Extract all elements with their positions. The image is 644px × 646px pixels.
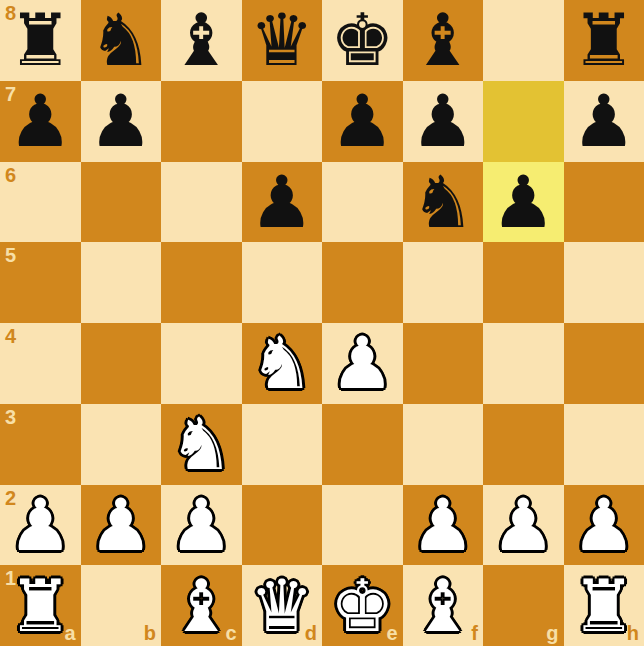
black-pawn[interactable]: ♟ — [330, 81, 395, 161]
rank-label-3: 3 — [5, 406, 16, 429]
square-g8[interactable] — [483, 0, 564, 81]
square-b2[interactable]: ♟ — [81, 485, 162, 566]
square-g7[interactable] — [483, 81, 564, 162]
square-h3[interactable] — [564, 404, 644, 485]
square-d1[interactable]: d♛ — [242, 565, 323, 646]
square-c6[interactable] — [161, 162, 242, 243]
square-h4[interactable] — [564, 323, 644, 404]
square-a8[interactable]: 8♜ — [0, 0, 81, 81]
black-knight[interactable]: ♞ — [88, 0, 153, 80]
square-h2[interactable]: ♟ — [564, 485, 644, 566]
white-bishop[interactable]: ♝ — [169, 566, 234, 646]
square-f3[interactable] — [403, 404, 484, 485]
square-a4[interactable]: 4 — [0, 323, 81, 404]
square-b7[interactable]: ♟ — [81, 81, 162, 162]
white-pawn[interactable]: ♟ — [491, 485, 556, 565]
square-f1[interactable]: f♝ — [403, 565, 484, 646]
square-f8[interactable]: ♝ — [403, 0, 484, 81]
square-h6[interactable] — [564, 162, 644, 243]
square-e1[interactable]: e♚ — [322, 565, 403, 646]
square-f2[interactable]: ♟ — [403, 485, 484, 566]
square-g2[interactable]: ♟ — [483, 485, 564, 566]
white-knight[interactable]: ♞ — [249, 323, 314, 403]
square-c2[interactable]: ♟ — [161, 485, 242, 566]
square-d8[interactable]: ♛ — [242, 0, 323, 81]
square-g5[interactable] — [483, 242, 564, 323]
square-b1[interactable]: b — [81, 565, 162, 646]
square-a3[interactable]: 3 — [0, 404, 81, 485]
square-f6[interactable]: ♞ — [403, 162, 484, 243]
square-c7[interactable] — [161, 81, 242, 162]
black-rook[interactable]: ♜ — [571, 0, 636, 80]
black-pawn[interactable]: ♟ — [88, 81, 153, 161]
black-bishop[interactable]: ♝ — [169, 0, 234, 80]
square-d5[interactable] — [242, 242, 323, 323]
black-bishop[interactable]: ♝ — [410, 0, 475, 80]
square-h8[interactable]: ♜ — [564, 0, 644, 81]
square-a1[interactable]: 1a♜ — [0, 565, 81, 646]
square-b5[interactable] — [81, 242, 162, 323]
square-b4[interactable] — [81, 323, 162, 404]
square-c3[interactable]: ♞ — [161, 404, 242, 485]
white-pawn[interactable]: ♟ — [410, 485, 475, 565]
black-rook[interactable]: ♜ — [8, 0, 73, 80]
square-d2[interactable] — [242, 485, 323, 566]
square-g6[interactable]: ♟ — [483, 162, 564, 243]
rank-label-6: 6 — [5, 164, 16, 187]
white-knight[interactable]: ♞ — [169, 404, 234, 484]
black-pawn[interactable]: ♟ — [410, 81, 475, 161]
square-h1[interactable]: h♜ — [564, 565, 644, 646]
white-rook[interactable]: ♜ — [8, 566, 73, 646]
square-c5[interactable] — [161, 242, 242, 323]
square-e6[interactable] — [322, 162, 403, 243]
square-d3[interactable] — [242, 404, 323, 485]
square-c4[interactable] — [161, 323, 242, 404]
square-f7[interactable]: ♟ — [403, 81, 484, 162]
file-label-b: b — [144, 622, 156, 645]
file-label-g: g — [546, 622, 558, 645]
square-g3[interactable] — [483, 404, 564, 485]
square-a2[interactable]: 2♟ — [0, 485, 81, 566]
square-h7[interactable]: ♟ — [564, 81, 644, 162]
square-e2[interactable] — [322, 485, 403, 566]
white-pawn[interactable]: ♟ — [330, 323, 395, 403]
white-pawn[interactable]: ♟ — [169, 485, 234, 565]
square-g4[interactable] — [483, 323, 564, 404]
black-pawn[interactable]: ♟ — [8, 81, 73, 161]
square-e3[interactable] — [322, 404, 403, 485]
square-g1[interactable]: g — [483, 565, 564, 646]
white-pawn[interactable]: ♟ — [88, 485, 153, 565]
white-king[interactable]: ♚ — [330, 566, 395, 646]
square-e5[interactable] — [322, 242, 403, 323]
square-d6[interactable]: ♟ — [242, 162, 323, 243]
square-e7[interactable]: ♟ — [322, 81, 403, 162]
rank-label-5: 5 — [5, 244, 16, 267]
square-f5[interactable] — [403, 242, 484, 323]
square-b8[interactable]: ♞ — [81, 0, 162, 81]
black-pawn[interactable]: ♟ — [571, 81, 636, 161]
black-pawn[interactable]: ♟ — [491, 162, 556, 242]
square-b6[interactable] — [81, 162, 162, 243]
black-queen[interactable]: ♛ — [249, 0, 314, 80]
rank-label-4: 4 — [5, 325, 16, 348]
square-a6[interactable]: 6 — [0, 162, 81, 243]
square-a5[interactable]: 5 — [0, 242, 81, 323]
white-bishop[interactable]: ♝ — [410, 566, 475, 646]
square-e8[interactable]: ♚ — [322, 0, 403, 81]
square-h5[interactable] — [564, 242, 644, 323]
white-pawn[interactable]: ♟ — [8, 485, 73, 565]
black-knight[interactable]: ♞ — [410, 162, 475, 242]
square-d7[interactable] — [242, 81, 323, 162]
white-pawn[interactable]: ♟ — [571, 485, 636, 565]
square-b3[interactable] — [81, 404, 162, 485]
square-a7[interactable]: 7♟ — [0, 81, 81, 162]
chess-board: 8♜♞♝♛♚♝♜7♟♟♟♟♟6♟♞♟54♞♟3♞2♟♟♟♟♟♟1a♜bc♝d♛e… — [0, 0, 644, 646]
black-pawn[interactable]: ♟ — [249, 162, 314, 242]
square-c8[interactable]: ♝ — [161, 0, 242, 81]
square-f4[interactable] — [403, 323, 484, 404]
white-rook[interactable]: ♜ — [571, 566, 636, 646]
white-queen[interactable]: ♛ — [249, 566, 314, 646]
square-c1[interactable]: c♝ — [161, 565, 242, 646]
black-king[interactable]: ♚ — [330, 0, 395, 80]
square-d4[interactable]: ♞ — [242, 323, 323, 404]
square-e4[interactable]: ♟ — [322, 323, 403, 404]
